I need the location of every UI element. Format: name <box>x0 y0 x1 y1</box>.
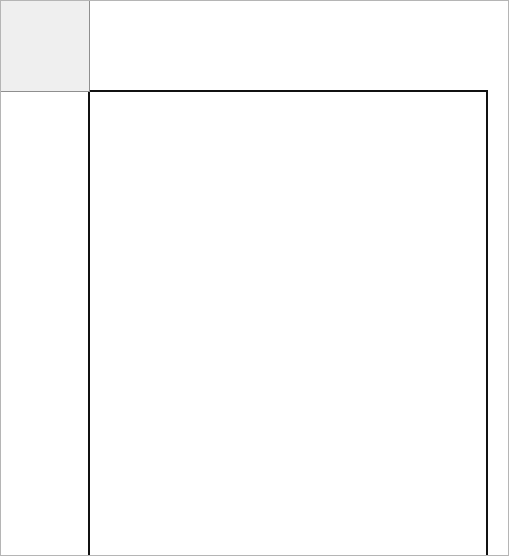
column-clues-panel <box>90 1 488 92</box>
nonogram-puzzle-page <box>0 0 509 556</box>
puzzle-grid <box>90 92 488 556</box>
corner-watermark <box>1 1 90 92</box>
right-watermark-strip <box>488 1 509 556</box>
row-clues-panel <box>1 92 90 556</box>
